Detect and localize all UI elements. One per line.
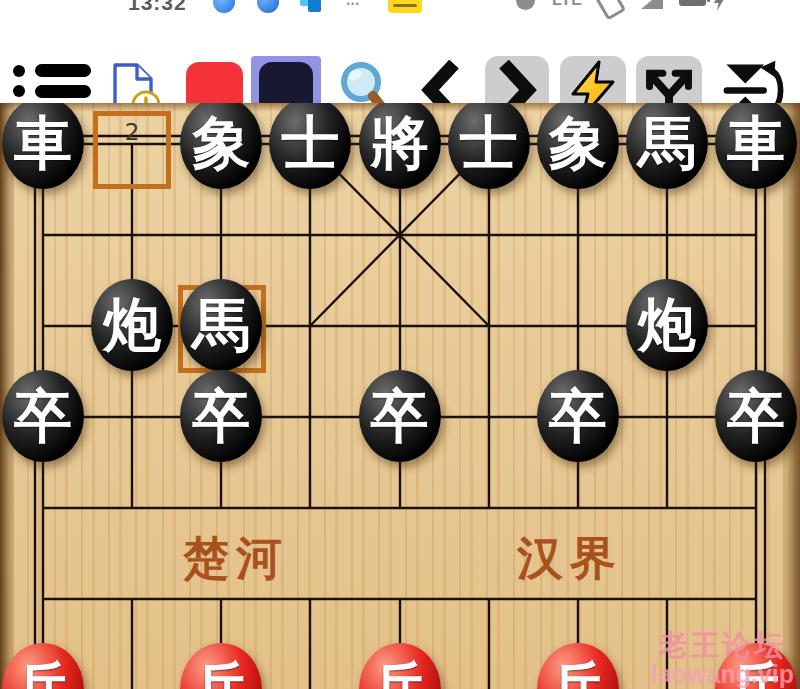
app-screen: 13:32 ... LTE [0, 0, 800, 689]
piece-black-卒[interactable]: 卒 [180, 370, 262, 462]
piece-glyph: 兵 [14, 660, 72, 689]
watermark-line2: laowang.vip [651, 661, 794, 687]
list-icon [13, 64, 91, 77]
vibrate-icon [595, 0, 626, 21]
piece-glyph: 車 [14, 114, 72, 172]
signal-icon [641, 0, 663, 9]
notification-app-icon [213, 0, 235, 13]
piece-glyph: 兵 [549, 660, 607, 689]
charging-bolt-icon [714, 0, 724, 11]
piece-black-馬[interactable]: 馬 [626, 103, 708, 189]
watermark-line1: 老王论坛 [651, 630, 794, 660]
more-notifications-icon: ... [346, 0, 359, 9]
last-move-origin-highlight: 2 [93, 111, 171, 189]
piece-glyph: 兵 [192, 660, 250, 689]
river-label-right: 汉界 [517, 528, 623, 590]
watermark: 老王论坛 laowang.vip [651, 630, 794, 687]
piece-glyph: 馬 [192, 296, 250, 354]
piece-black-象[interactable]: 象 [537, 103, 619, 189]
piece-black-馬[interactable]: 馬 [180, 279, 262, 371]
xiangqi-board[interactable]: 楚河 汉界 2 老王论坛 laowang.vip 車象士將士象馬車炮馬炮卒卒卒卒… [0, 103, 800, 689]
notification-app-icon [300, 0, 322, 13]
notification-note-icon [388, 0, 422, 13]
piece-black-卒[interactable]: 卒 [537, 370, 619, 462]
piece-glyph: 象 [549, 114, 607, 172]
piece-glyph: 士 [281, 114, 339, 172]
piece-black-卒[interactable]: 卒 [2, 370, 84, 462]
piece-glyph: 士 [460, 114, 518, 172]
toolbar [0, 26, 800, 103]
status-time: 13:32 [128, 0, 187, 15]
piece-black-炮[interactable]: 炮 [626, 279, 708, 371]
piece-black-炮[interactable]: 炮 [91, 279, 173, 371]
notification-app-icon [257, 0, 279, 13]
piece-glyph: 車 [727, 114, 785, 172]
piece-black-車[interactable]: 車 [2, 103, 84, 189]
piece-black-士[interactable]: 士 [448, 103, 530, 189]
piece-glyph: 卒 [727, 387, 785, 445]
piece-glyph: 兵 [371, 660, 429, 689]
piece-glyph: 卒 [192, 387, 250, 445]
piece-black-車[interactable]: 車 [715, 103, 797, 189]
piece-glyph: 象 [192, 114, 250, 172]
status-bar: 13:32 ... LTE [0, 0, 800, 26]
piece-black-卒[interactable]: 卒 [359, 370, 441, 462]
piece-glyph: 卒 [549, 387, 607, 445]
piece-glyph: 卒 [14, 387, 72, 445]
piece-black-象[interactable]: 象 [180, 103, 262, 189]
river-label-left: 楚河 [183, 528, 289, 590]
piece-glyph: 將 [371, 114, 429, 172]
piece-glyph: 炮 [638, 296, 696, 354]
battery-icon [679, 0, 706, 6]
piece-glyph: 馬 [638, 114, 696, 172]
piece-black-將[interactable]: 將 [359, 103, 441, 189]
lte-badge: LTE [552, 0, 583, 9]
piece-black-卒[interactable]: 卒 [715, 370, 797, 462]
move-number-label: 2 [98, 119, 166, 145]
clock-icon [516, 0, 535, 10]
piece-glyph: 炮 [103, 296, 161, 354]
piece-glyph: 卒 [371, 387, 429, 445]
